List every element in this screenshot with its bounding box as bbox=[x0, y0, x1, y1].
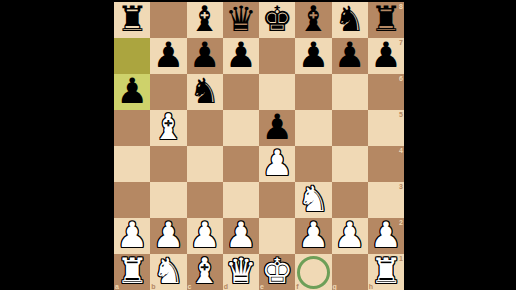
square-d3[interactable] bbox=[223, 182, 259, 218]
file-label-c: c bbox=[188, 283, 192, 290]
square-g5[interactable] bbox=[332, 110, 368, 146]
square-f1[interactable]: f bbox=[295, 254, 331, 290]
square-c3[interactable] bbox=[187, 182, 223, 218]
square-g8[interactable]: ♞ bbox=[332, 2, 368, 38]
black-pawn-h7[interactable]: ♟ bbox=[370, 38, 401, 73]
square-a8[interactable]: ♜ bbox=[114, 2, 150, 38]
square-g1[interactable]: g bbox=[332, 254, 368, 290]
file-label-e: e bbox=[260, 283, 264, 290]
file-label-b: b bbox=[151, 283, 155, 290]
square-d4[interactable] bbox=[223, 146, 259, 182]
square-b4[interactable] bbox=[150, 146, 186, 182]
black-king-e8[interactable]: ♚ bbox=[261, 2, 292, 37]
square-h8[interactable]: ♜8 bbox=[368, 2, 404, 38]
square-d6[interactable] bbox=[223, 74, 259, 110]
rank-label-3: 3 bbox=[399, 183, 403, 190]
rank-label-8: 8 bbox=[399, 3, 403, 10]
square-g6[interactable] bbox=[332, 74, 368, 110]
square-b1[interactable]: ♞b bbox=[150, 254, 186, 290]
square-g3[interactable] bbox=[332, 182, 368, 218]
square-e1[interactable]: ♚e bbox=[259, 254, 295, 290]
square-f5[interactable] bbox=[295, 110, 331, 146]
square-c2[interactable]: ♟ bbox=[187, 218, 223, 254]
black-pawn-a6[interactable]: ♟ bbox=[116, 74, 147, 109]
square-h1[interactable]: ♜1h bbox=[368, 254, 404, 290]
white-bishop-b5[interactable]: ♝ bbox=[153, 110, 184, 145]
square-a2[interactable]: ♟ bbox=[114, 218, 150, 254]
square-d8[interactable]: ♛ bbox=[223, 2, 259, 38]
green-circle-annotation bbox=[297, 256, 330, 289]
black-knight-c6[interactable]: ♞ bbox=[189, 74, 220, 109]
square-b2[interactable]: ♟ bbox=[150, 218, 186, 254]
square-f2[interactable]: ♟ bbox=[295, 218, 331, 254]
black-queen-d8[interactable]: ♛ bbox=[225, 2, 256, 37]
rank-label-7: 7 bbox=[399, 39, 403, 46]
white-king-e1[interactable]: ♚ bbox=[261, 254, 292, 289]
square-b8[interactable] bbox=[150, 2, 186, 38]
white-rook-h1[interactable]: ♜ bbox=[370, 254, 401, 289]
white-pawn-g2[interactable]: ♟ bbox=[334, 218, 365, 253]
square-e6[interactable] bbox=[259, 74, 295, 110]
square-d5[interactable] bbox=[223, 110, 259, 146]
white-bishop-c1[interactable]: ♝ bbox=[189, 254, 220, 289]
square-b7[interactable]: ♟ bbox=[150, 38, 186, 74]
square-a3[interactable] bbox=[114, 182, 150, 218]
square-c1[interactable]: ♝c bbox=[187, 254, 223, 290]
white-pawn-e4[interactable]: ♟ bbox=[261, 146, 292, 181]
square-h7[interactable]: ♟7 bbox=[368, 38, 404, 74]
chess-app-stage: ♜♝♛♚♝♞♜8♟♟♟♟♟♟7♟♞6♝♟5♟4♞3♟♟♟♟♟♟♟2♜a♞b♝c♛… bbox=[0, 0, 516, 290]
square-c7[interactable]: ♟ bbox=[187, 38, 223, 74]
square-c5[interactable] bbox=[187, 110, 223, 146]
black-bishop-c8[interactable]: ♝ bbox=[189, 2, 220, 37]
black-rook-a8[interactable]: ♜ bbox=[116, 2, 147, 37]
white-knight-f3[interactable]: ♞ bbox=[298, 182, 329, 217]
square-e2[interactable] bbox=[259, 218, 295, 254]
square-b6[interactable] bbox=[150, 74, 186, 110]
square-d1[interactable]: ♛d bbox=[223, 254, 259, 290]
rank-label-2: 2 bbox=[399, 219, 403, 226]
square-a5[interactable] bbox=[114, 110, 150, 146]
square-f7[interactable]: ♟ bbox=[295, 38, 331, 74]
black-rook-h8[interactable]: ♜ bbox=[370, 2, 401, 37]
rank-label-4: 4 bbox=[399, 147, 403, 154]
white-pawn-a2[interactable]: ♟ bbox=[116, 218, 147, 253]
white-pawn-f2[interactable]: ♟ bbox=[298, 218, 329, 253]
white-queen-d1[interactable]: ♛ bbox=[225, 254, 256, 289]
file-label-f: f bbox=[296, 283, 298, 290]
square-a1[interactable]: ♜a bbox=[114, 254, 150, 290]
square-e7[interactable] bbox=[259, 38, 295, 74]
file-label-d: d bbox=[224, 283, 228, 290]
white-pawn-c2[interactable]: ♟ bbox=[189, 218, 220, 253]
square-c6[interactable]: ♞ bbox=[187, 74, 223, 110]
white-pawn-d2[interactable]: ♟ bbox=[225, 218, 256, 253]
square-f6[interactable] bbox=[295, 74, 331, 110]
black-knight-g8[interactable]: ♞ bbox=[334, 2, 365, 37]
black-pawn-f7[interactable]: ♟ bbox=[298, 38, 329, 73]
black-pawn-d7[interactable]: ♟ bbox=[225, 38, 256, 73]
square-d7[interactable]: ♟ bbox=[223, 38, 259, 74]
white-rook-a1[interactable]: ♜ bbox=[116, 254, 147, 289]
square-c4[interactable] bbox=[187, 146, 223, 182]
square-b5[interactable]: ♝ bbox=[150, 110, 186, 146]
square-h6[interactable]: 6 bbox=[368, 74, 404, 110]
file-label-g: g bbox=[333, 283, 337, 290]
square-h2[interactable]: ♟2 bbox=[368, 218, 404, 254]
square-h3[interactable]: 3 bbox=[368, 182, 404, 218]
black-pawn-b7[interactable]: ♟ bbox=[153, 38, 184, 73]
square-d2[interactable]: ♟ bbox=[223, 218, 259, 254]
square-a7-lastmove-highlight[interactable] bbox=[114, 38, 150, 74]
white-pawn-b2[interactable]: ♟ bbox=[153, 218, 184, 253]
black-pawn-c7[interactable]: ♟ bbox=[189, 38, 220, 73]
white-knight-b1[interactable]: ♞ bbox=[153, 254, 184, 289]
square-e3[interactable] bbox=[259, 182, 295, 218]
square-f8[interactable]: ♝ bbox=[295, 2, 331, 38]
rank-label-1: 1 bbox=[399, 255, 403, 262]
square-e8[interactable]: ♚ bbox=[259, 2, 295, 38]
square-g4[interactable] bbox=[332, 146, 368, 182]
black-pawn-g7[interactable]: ♟ bbox=[334, 38, 365, 73]
square-e4[interactable]: ♟ bbox=[259, 146, 295, 182]
square-a6-lastmove-highlight[interactable]: ♟ bbox=[114, 74, 150, 110]
square-b3[interactable] bbox=[150, 182, 186, 218]
square-g7[interactable]: ♟ bbox=[332, 38, 368, 74]
chess-board: ♜♝♛♚♝♞♜8♟♟♟♟♟♟7♟♞6♝♟5♟4♞3♟♟♟♟♟♟♟2♜a♞b♝c♛… bbox=[114, 2, 404, 290]
black-bishop-f8[interactable]: ♝ bbox=[298, 2, 329, 37]
rank-label-5: 5 bbox=[399, 111, 403, 118]
square-g2[interactable]: ♟ bbox=[332, 218, 368, 254]
square-e5[interactable]: ♟ bbox=[259, 110, 295, 146]
file-label-h: h bbox=[369, 283, 373, 290]
white-pawn-h2[interactable]: ♟ bbox=[370, 218, 401, 253]
square-h5[interactable]: 5 bbox=[368, 110, 404, 146]
square-c8[interactable]: ♝ bbox=[187, 2, 223, 38]
square-f3[interactable]: ♞ bbox=[295, 182, 331, 218]
square-f4[interactable] bbox=[295, 146, 331, 182]
square-h4[interactable]: 4 bbox=[368, 146, 404, 182]
square-a4[interactable] bbox=[114, 146, 150, 182]
file-label-a: a bbox=[115, 283, 119, 290]
black-pawn-e5[interactable]: ♟ bbox=[261, 110, 292, 145]
rank-label-6: 6 bbox=[399, 75, 403, 82]
